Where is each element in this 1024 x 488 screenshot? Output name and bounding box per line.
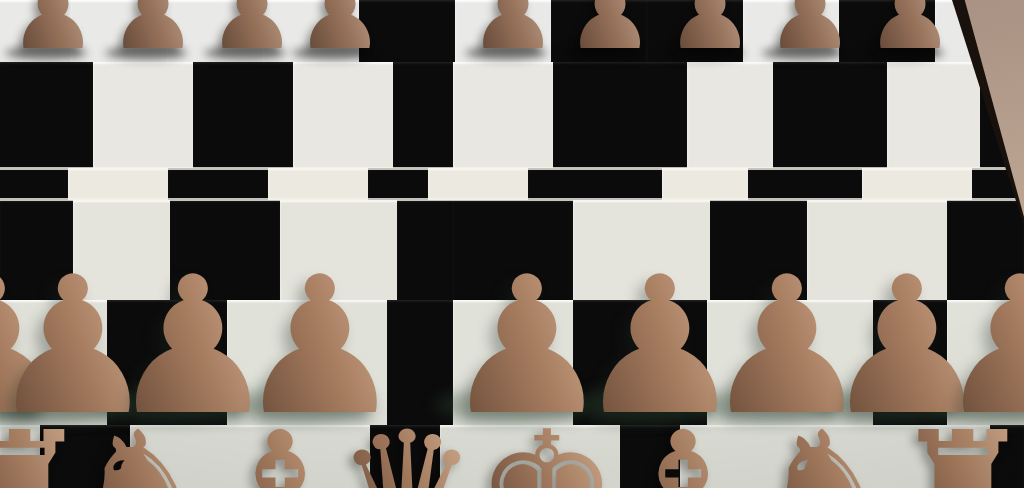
far-pawn[interactable]: ♟ [765, 0, 855, 64]
back-rank-knight[interactable]: ♞ [72, 410, 214, 488]
far-pawn[interactable]: ♟ [565, 0, 655, 64]
board-row-rank-2 [0, 62, 1024, 168]
far-pawn[interactable]: ♟ [665, 0, 755, 64]
light-square [93, 62, 193, 168]
board-row-seam-row [0, 168, 1024, 200]
dark-square [553, 62, 687, 168]
light-square [68, 168, 168, 200]
far-pawn[interactable]: ♟ [468, 0, 558, 64]
back-rank-knight[interactable]: ♞ [756, 410, 898, 488]
back-rank-rook[interactable]: ♜ [892, 410, 1024, 488]
dark-square [528, 168, 662, 200]
light-square [887, 62, 980, 168]
dark-square [0, 168, 68, 200]
far-pawn[interactable]: ♟ [295, 0, 385, 64]
light-square [687, 62, 773, 168]
light-square [428, 168, 528, 200]
far-pawn[interactable]: ♟ [8, 0, 98, 64]
dark-square [168, 168, 268, 200]
back-rank-queen[interactable]: ♛ [336, 410, 478, 488]
back-rank-bishop[interactable]: ♝ [209, 410, 351, 488]
square-bevel-line [0, 198, 1024, 201]
light-square [862, 168, 972, 200]
light-square [662, 168, 748, 200]
dark-square [193, 62, 293, 168]
light-square [293, 62, 393, 168]
light-square [268, 168, 368, 200]
far-pawn[interactable]: ♟ [108, 0, 198, 64]
chess-board-photo: ♟♟♟♟♟♟♟♟♟♟♟♟♟♟♟♟♟♟♜♞♝♛♚♝♞♜ [0, 0, 1024, 488]
far-pawn[interactable]: ♟ [865, 0, 955, 64]
far-pawn[interactable]: ♟ [207, 0, 297, 64]
dark-square [748, 168, 862, 200]
square-bevel-line [0, 167, 1024, 170]
light-square [453, 62, 553, 168]
dark-square [368, 168, 428, 200]
dark-square [393, 62, 453, 168]
dark-square [0, 62, 93, 168]
dark-square [773, 62, 887, 168]
back-rank-king[interactable]: ♚ [476, 410, 618, 488]
back-rank-bishop[interactable]: ♝ [612, 410, 754, 488]
